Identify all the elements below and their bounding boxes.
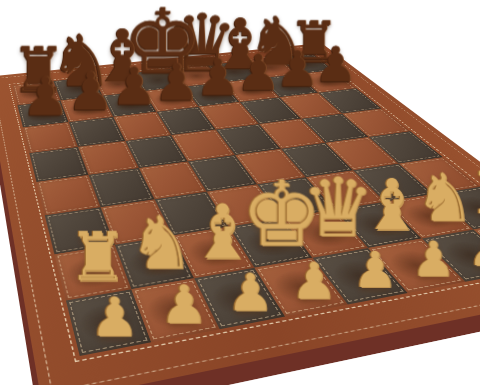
square-r4c8 [342,108,410,136]
piece-light-pawn: ♟ [160,278,208,331]
piece-dark-pawn: ♟ [67,65,114,118]
square-r4c4 [171,129,235,161]
piece-light-rook: ♜ [68,224,128,291]
piece-light-knight: ♞ [129,207,195,280]
board-grid: ♜♞♝♚♛♝♞♜♟♟♟♟♟♟♟♟♜♞♝♚♛♝♞♜♟♟♟♟♟♟♟♟ [12,54,480,356]
piece-dark-pawn: ♟ [275,44,319,93]
piece-light-pawn: ♟ [411,235,455,284]
piece-light-bishop: ♝ [189,195,256,269]
piece-dark-pawn: ♟ [314,40,358,89]
piece-light-pawn: ♟ [353,245,398,295]
piece-dark-pawn: ♟ [195,52,240,103]
square-r8c3: ♟ [194,268,285,329]
chess-product-photo: ♜♞♝♚♛♝♞♜♟♟♟♟♟♟♟♟♜♞♝♚♛♝♞♜♟♟♟♟♟♟♟♟ [0,0,480,385]
piece-light-pawn: ♟ [227,267,274,319]
square-r8c1: ♟ [66,289,151,356]
piece-dark-pawn: ♟ [111,61,158,113]
chess-board: ♜♞♝♚♛♝♞♜♟♟♟♟♟♟♟♟♜♞♝♚♛♝♞♜♟♟♟♟♟♟♟♟ [0,43,480,385]
piece-light-pawn: ♟ [90,290,139,344]
piece-dark-pawn: ♟ [21,70,69,123]
piece-light-pawn: ♟ [468,225,480,273]
square-r4c1 [29,147,88,182]
piece-dark-pawn: ♟ [154,56,200,107]
piece-dark-pawn: ♟ [236,48,281,98]
piece-light-pawn: ♟ [291,256,337,307]
square-r8c2: ♟ [131,278,219,342]
scene: ♜♞♝♚♛♝♞♜♟♟♟♟♟♟♟♟♜♞♝♚♛♝♞♜♟♟♟♟♟♟♟♟ [0,0,480,385]
piece-light-knight: ♞ [415,164,475,230]
